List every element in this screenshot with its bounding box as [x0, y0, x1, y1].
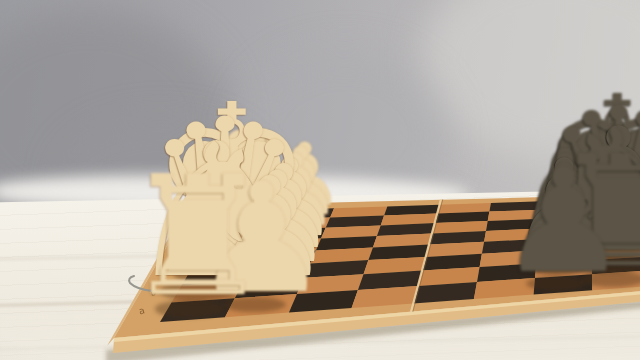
chess-board: abcdefgh [0, 0, 640, 360]
photo-scene: chess abcdefgh ♜♞♝♛♚♝♞♜♟♟♟♟♟♟♟♟♟♟♟♟♟♟♟♟♜… [0, 0, 640, 360]
